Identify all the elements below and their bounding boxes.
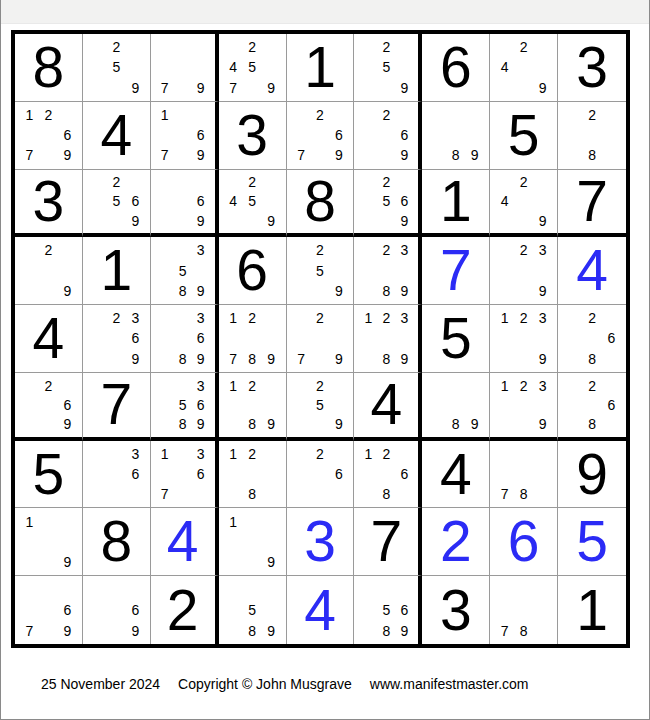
pencil-marks: 2389 — [354, 237, 418, 304]
cell-r6c5: 259 — [287, 373, 355, 441]
solved-digit: 5 — [576, 513, 608, 570]
cell-r2c9: 28 — [558, 102, 626, 170]
pencil-marks: 1367 — [151, 441, 215, 508]
given-digit: 4 — [33, 310, 65, 367]
pencil-marks: 26 — [287, 441, 354, 508]
pencil-marks: 24579 — [219, 34, 286, 101]
cell-r8c9: 5 — [558, 508, 626, 576]
cell-r9c9: 1 — [558, 576, 626, 644]
pencil-marks: 2459 — [219, 170, 286, 234]
given-digit: 8 — [100, 513, 132, 570]
cell-r6c6: 4 — [354, 373, 422, 441]
cell-r5c7: 5 — [422, 305, 490, 373]
pencil-marks: 239 — [490, 237, 557, 304]
cell-r6c8: 1239 — [490, 373, 558, 441]
given-digit: 3 — [33, 173, 65, 230]
cell-r7c2: 36 — [83, 441, 151, 509]
cell-r5c3: 3689 — [151, 305, 219, 373]
pencil-marks: 12679 — [15, 102, 82, 169]
pencil-marks: 36 — [83, 441, 150, 508]
cell-r1c4: 24579 — [219, 34, 287, 102]
pencil-marks: 2369 — [83, 305, 150, 372]
given-digit: 7 — [576, 173, 608, 230]
pencil-marks: 2679 — [287, 102, 354, 169]
cell-r7c8: 78 — [490, 441, 558, 509]
cell-r5c5: 279 — [287, 305, 355, 373]
pencil-marks: 35689 — [151, 373, 215, 437]
given-digit: 1 — [440, 173, 472, 230]
cell-r7c5: 26 — [287, 441, 355, 509]
cell-r6c2: 7 — [83, 373, 151, 441]
pencil-marks: 2569 — [354, 170, 418, 234]
cell-r2c1: 12679 — [15, 102, 83, 170]
pencil-marks: 279 — [287, 305, 354, 372]
cell-r2c2: 4 — [83, 102, 151, 170]
pencil-marks: 268 — [558, 373, 626, 437]
cell-r5c4: 12789 — [219, 305, 287, 373]
cell-r4c5: 259 — [287, 237, 355, 305]
cell-r1c5: 1 — [287, 34, 355, 102]
cell-r7c1: 5 — [15, 441, 83, 509]
solved-digit: 6 — [508, 513, 540, 570]
given-digit: 3 — [236, 107, 268, 164]
cell-r7c7: 4 — [422, 441, 490, 509]
cell-r3c4: 2459 — [219, 170, 287, 238]
cell-r1c1: 8 — [15, 34, 83, 102]
pencil-marks: 259 — [83, 34, 150, 101]
pencil-marks: 679 — [15, 576, 82, 644]
pencil-marks: 589 — [219, 576, 286, 644]
cell-r8c5: 3 — [287, 508, 355, 576]
given-digit: 4 — [100, 107, 132, 164]
given-digit: 1 — [576, 582, 608, 639]
given-digit: 5 — [508, 107, 540, 164]
cell-r6c7: 89 — [422, 373, 490, 441]
cell-r8c1: 19 — [15, 508, 83, 576]
pencil-marks: 1239 — [490, 373, 557, 437]
given-digit: 3 — [576, 39, 608, 96]
cell-r3c9: 7 — [558, 170, 626, 238]
cell-r5c9: 268 — [558, 305, 626, 373]
footer-copyright: Copyright © John Musgrave — [178, 676, 352, 692]
given-digit: 2 — [167, 582, 199, 639]
solved-digit: 3 — [304, 513, 336, 570]
cell-r1c2: 259 — [83, 34, 151, 102]
pencil-marks: 249 — [490, 170, 557, 234]
cell-r3c7: 1 — [422, 170, 490, 238]
cell-r8c3: 4 — [151, 508, 219, 576]
pencil-marks: 19 — [219, 508, 286, 575]
given-digit: 5 — [440, 310, 472, 367]
pencil-marks: 259 — [354, 34, 418, 101]
cell-r1c6: 259 — [354, 34, 422, 102]
cell-r5c6: 12389 — [354, 305, 422, 373]
pencil-marks: 2569 — [83, 170, 150, 234]
pencil-marks: 69 — [151, 170, 215, 234]
pencil-marks: 69 — [83, 576, 150, 644]
cell-r7c9: 9 — [558, 441, 626, 509]
pencil-marks: 269 — [15, 373, 82, 437]
cell-r2c7: 89 — [422, 102, 490, 170]
pencil-marks: 78 — [490, 441, 557, 508]
pencil-marks: 259 — [287, 237, 354, 304]
cell-r1c8: 249 — [490, 34, 558, 102]
cell-r1c3: 79 — [151, 34, 219, 102]
cell-r8c6: 7 — [354, 508, 422, 576]
given-digit: 6 — [236, 242, 268, 299]
solved-digit: 7 — [440, 242, 472, 299]
cell-r9c6: 5689 — [354, 576, 422, 644]
solved-digit: 2 — [440, 513, 472, 570]
given-digit: 5 — [33, 446, 65, 503]
cell-r3c1: 3 — [15, 170, 83, 238]
cell-r8c7: 2 — [422, 508, 490, 576]
cell-r9c2: 69 — [83, 576, 151, 644]
cell-r9c8: 78 — [490, 576, 558, 644]
pencil-marks: 3689 — [151, 305, 215, 372]
cell-r1c9: 3 — [558, 34, 626, 102]
cell-r8c2: 8 — [83, 508, 151, 576]
footer-date: 25 November 2024 — [41, 676, 160, 692]
cell-r5c2: 2369 — [83, 305, 151, 373]
cell-r4c8: 239 — [490, 237, 558, 305]
footer-website: www.manifestmaster.com — [370, 676, 529, 692]
pencil-marks: 79 — [151, 34, 215, 101]
solved-digit: 4 — [304, 582, 336, 639]
pencil-marks: 269 — [354, 102, 418, 169]
cell-r7c3: 1367 — [151, 441, 219, 509]
cell-r8c4: 19 — [219, 508, 287, 576]
cell-r4c1: 29 — [15, 237, 83, 305]
cell-r1c7: 6 — [422, 34, 490, 102]
given-digit: 7 — [100, 376, 132, 433]
window-titlebar — [0, 0, 650, 24]
given-digit: 8 — [33, 39, 65, 96]
cell-r9c7: 3 — [422, 576, 490, 644]
cell-r4c9: 4 — [558, 237, 626, 305]
cell-r4c7: 7 — [422, 237, 490, 305]
given-digit: 3 — [440, 582, 472, 639]
pencil-marks: 1679 — [151, 102, 215, 169]
given-digit: 6 — [440, 39, 472, 96]
cell-r4c2: 1 — [83, 237, 151, 305]
cell-r8c8: 6 — [490, 508, 558, 576]
given-digit: 1 — [304, 39, 336, 96]
pencil-marks: 1289 — [219, 373, 286, 437]
cell-r4c6: 2389 — [354, 237, 422, 305]
cell-r7c4: 128 — [219, 441, 287, 509]
cell-r9c4: 589 — [219, 576, 287, 644]
cell-r6c4: 1289 — [219, 373, 287, 441]
cell-r3c6: 2569 — [354, 170, 422, 238]
pencil-marks: 5689 — [354, 576, 418, 644]
given-digit: 9 — [576, 446, 608, 503]
cell-r2c3: 1679 — [151, 102, 219, 170]
pencil-marks: 12389 — [354, 305, 418, 372]
given-digit: 4 — [440, 446, 472, 503]
solved-digit: 4 — [167, 513, 199, 570]
cell-r5c1: 4 — [15, 305, 83, 373]
given-digit: 1 — [100, 242, 132, 299]
cell-r9c5: 4 — [287, 576, 355, 644]
pencil-marks: 12789 — [219, 305, 286, 372]
pencil-marks: 268 — [558, 305, 626, 372]
cell-r2c5: 2679 — [287, 102, 355, 170]
cell-r9c1: 679 — [15, 576, 83, 644]
cell-r3c5: 8 — [287, 170, 355, 238]
cell-r6c9: 268 — [558, 373, 626, 441]
pencil-marks: 259 — [287, 373, 354, 437]
cell-r4c3: 3589 — [151, 237, 219, 305]
cell-r9c3: 2 — [151, 576, 219, 644]
footer: 25 November 2024Copyright © John Musgrav… — [41, 676, 529, 692]
cell-r3c3: 69 — [151, 170, 219, 238]
pencil-marks: 128 — [219, 441, 286, 508]
given-digit: 4 — [371, 376, 403, 433]
pencil-marks: 78 — [490, 576, 557, 644]
cell-r7c6: 1268 — [354, 441, 422, 509]
pencil-marks: 89 — [422, 102, 489, 169]
cell-r5c8: 1239 — [490, 305, 558, 373]
cell-r3c8: 249 — [490, 170, 558, 238]
cell-r2c8: 5 — [490, 102, 558, 170]
given-digit: 7 — [371, 513, 403, 570]
cell-r2c6: 269 — [354, 102, 422, 170]
sudoku-board: 8259792457912596249312679416793267926989… — [11, 30, 630, 648]
cell-r4c4: 6 — [219, 237, 287, 305]
pencil-marks: 3589 — [151, 237, 215, 304]
cell-r3c2: 2569 — [83, 170, 151, 238]
pencil-marks: 1239 — [490, 305, 557, 372]
pencil-marks: 28 — [558, 102, 626, 169]
pencil-marks: 1268 — [354, 441, 418, 508]
cell-r6c1: 269 — [15, 373, 83, 441]
cell-r2c4: 3 — [219, 102, 287, 170]
given-digit: 8 — [304, 173, 336, 230]
pencil-marks: 89 — [422, 373, 489, 437]
pencil-marks: 249 — [490, 34, 557, 101]
pencil-marks: 29 — [15, 237, 82, 304]
pencil-marks: 19 — [15, 508, 82, 575]
cell-r6c3: 35689 — [151, 373, 219, 441]
solved-digit: 4 — [576, 242, 608, 299]
